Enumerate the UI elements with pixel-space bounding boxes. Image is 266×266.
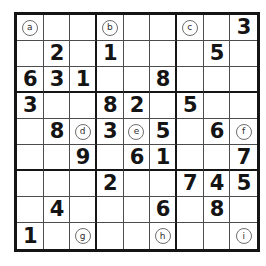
cell-r9c4[interactable]: [97, 223, 124, 249]
given-digit: 4: [50, 199, 64, 220]
box-label-e-icon: e: [128, 124, 144, 140]
cell-r3c1[interactable]: 6: [17, 67, 44, 93]
cell-r5c7[interactable]: [177, 119, 204, 145]
given-digit: 2: [103, 173, 117, 194]
cell-r1c2[interactable]: [44, 15, 71, 41]
cell-r2c8[interactable]: 5: [204, 41, 231, 67]
given-digit: 5: [156, 121, 170, 142]
cell-r9c1[interactable]: 1: [17, 223, 44, 249]
box-label-c-icon: c: [182, 20, 198, 36]
given-digit: 3: [237, 17, 251, 38]
cell-r9c6[interactable]: h: [150, 223, 177, 249]
cell-r2c5[interactable]: [124, 41, 151, 67]
cell-r6c3[interactable]: 9: [70, 145, 97, 171]
cell-r1c1[interactable]: a: [17, 15, 44, 41]
cell-r6c2[interactable]: [44, 145, 71, 171]
cell-r9c2[interactable]: [44, 223, 71, 249]
cell-r5c3[interactable]: d: [70, 119, 97, 145]
given-digit: 6: [156, 199, 170, 220]
given-digit: 8: [103, 95, 117, 116]
given-digit: 1: [76, 69, 90, 90]
cell-r8c8[interactable]: 8: [204, 197, 231, 223]
box-label-g-icon: g: [75, 228, 91, 244]
cell-r7c8[interactable]: 4: [204, 171, 231, 197]
given-digit: 3: [50, 69, 64, 90]
cell-r1c7[interactable]: c: [177, 15, 204, 41]
cell-r8c1[interactable]: [17, 197, 44, 223]
given-digit: 4: [210, 173, 224, 194]
given-digit: 2: [130, 95, 144, 116]
cell-r6c6[interactable]: 1: [150, 145, 177, 171]
cell-r7c5[interactable]: [124, 171, 151, 197]
cell-r2c3[interactable]: [70, 41, 97, 67]
cell-r9c7[interactable]: [177, 223, 204, 249]
cell-r7c1[interactable]: [17, 171, 44, 197]
cell-r6c7[interactable]: [177, 145, 204, 171]
cell-r9c3[interactable]: g: [70, 223, 97, 249]
given-digit: 3: [103, 121, 117, 142]
given-digit: 6: [130, 147, 144, 168]
sudoku-page: abc3215631838258d3e56f961727454681ghi: [0, 0, 266, 266]
cell-r2c9[interactable]: [230, 41, 257, 67]
cell-r4c1[interactable]: 3: [17, 93, 44, 119]
given-digit: 1: [23, 226, 37, 247]
cell-r5c9[interactable]: f: [230, 119, 257, 145]
given-digit: 7: [183, 173, 197, 194]
cell-r4c6[interactable]: [150, 93, 177, 119]
cell-r5c8[interactable]: 6: [204, 119, 231, 145]
cell-r5c6[interactable]: 5: [150, 119, 177, 145]
cell-r9c5[interactable]: [124, 223, 151, 249]
cell-r2c4[interactable]: 1: [97, 41, 124, 67]
cell-r9c8[interactable]: [204, 223, 231, 249]
cell-r1c9[interactable]: 3: [230, 15, 257, 41]
given-digit: 9: [76, 147, 90, 168]
sudoku-board: abc3215631838258d3e56f961727454681ghi: [14, 12, 260, 252]
cell-r5c5[interactable]: e: [124, 119, 151, 145]
cell-r7c3[interactable]: [70, 171, 97, 197]
cell-r4c5[interactable]: 2: [124, 93, 151, 119]
cell-r3c6[interactable]: 8: [150, 67, 177, 93]
cell-r5c2[interactable]: 8: [44, 119, 71, 145]
cell-r4c7[interactable]: 5: [177, 93, 204, 119]
given-digit: 5: [210, 43, 224, 64]
cell-r8c3[interactable]: [70, 197, 97, 223]
cell-r2c7[interactable]: [177, 41, 204, 67]
cell-r5c4[interactable]: 3: [97, 119, 124, 145]
cell-r4c3[interactable]: [70, 93, 97, 119]
given-digit: 3: [23, 95, 37, 116]
cell-r3c2[interactable]: 3: [44, 67, 71, 93]
given-digit: 6: [210, 121, 224, 142]
cell-r7c4[interactable]: 2: [97, 171, 124, 197]
given-digit: 8: [210, 199, 224, 220]
cell-r3c7[interactable]: [177, 67, 204, 93]
cell-r3c4[interactable]: [97, 67, 124, 93]
cell-r7c6[interactable]: [150, 171, 177, 197]
given-digit: 7: [237, 147, 251, 168]
given-digit: 1: [156, 147, 170, 168]
cell-r1c5[interactable]: [124, 15, 151, 41]
box-label-d-icon: d: [75, 124, 91, 140]
cell-r6c5[interactable]: 6: [124, 145, 151, 171]
cell-r8c7[interactable]: [177, 197, 204, 223]
box-label-b-icon: b: [102, 20, 118, 36]
cell-r4c8[interactable]: [204, 93, 231, 119]
given-digit: 2: [50, 43, 64, 64]
cell-r3c3[interactable]: 1: [70, 67, 97, 93]
given-digit: 5: [237, 173, 251, 194]
cell-r2c1[interactable]: [17, 41, 44, 67]
box-label-f-icon: f: [236, 124, 252, 140]
cell-r3c9[interactable]: [230, 67, 257, 93]
box-label-i-icon: i: [236, 228, 252, 244]
given-digit: 8: [50, 121, 64, 142]
cell-r1c4[interactable]: b: [97, 15, 124, 41]
cell-r8c9[interactable]: [230, 197, 257, 223]
cell-r1c8[interactable]: [204, 15, 231, 41]
given-digit: 8: [156, 69, 170, 90]
cell-r3c5[interactable]: [124, 67, 151, 93]
cell-r4c9[interactable]: [230, 93, 257, 119]
cell-r8c5[interactable]: [124, 197, 151, 223]
cell-r7c9[interactable]: 5: [230, 171, 257, 197]
box-label-h-icon: h: [155, 228, 171, 244]
cell-r6c9[interactable]: 7: [230, 145, 257, 171]
cell-r6c4[interactable]: [97, 145, 124, 171]
given-digit: 1: [103, 43, 117, 64]
cell-r2c2[interactable]: 2: [44, 41, 71, 67]
cell-r4c2[interactable]: [44, 93, 71, 119]
cell-r5c1[interactable]: [17, 119, 44, 145]
cell-r3c8[interactable]: [204, 67, 231, 93]
cell-r6c1[interactable]: [17, 145, 44, 171]
box-label-a-icon: a: [22, 20, 38, 36]
cell-r2c6[interactable]: [150, 41, 177, 67]
cell-r9c9[interactable]: i: [230, 223, 257, 249]
cell-r4c4[interactable]: 8: [97, 93, 124, 119]
given-digit: 6: [23, 69, 37, 90]
cell-r7c7[interactable]: 7: [177, 171, 204, 197]
cell-r6c8[interactable]: [204, 145, 231, 171]
given-digit: 5: [183, 95, 197, 116]
cell-r8c6[interactable]: 6: [150, 197, 177, 223]
cell-r8c2[interactable]: 4: [44, 197, 71, 223]
cell-r8c4[interactable]: [97, 197, 124, 223]
cell-r1c3[interactable]: [70, 15, 97, 41]
cell-r1c6[interactable]: [150, 15, 177, 41]
cell-r7c2[interactable]: [44, 171, 71, 197]
